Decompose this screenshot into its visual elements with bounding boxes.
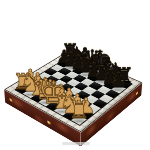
chess-box (4, 51, 142, 133)
brass-clasp-left (9, 98, 12, 102)
brass-clasp-center (47, 120, 50, 124)
watermark (62, 142, 90, 145)
brass-hinge-right (136, 91, 138, 95)
scene (0, 0, 150, 150)
board (4, 51, 142, 133)
product-photo-stage: ♜♞♟♝♟♛♟♚♟♝♟♞♟♜♟♟♟♟♜♟♞♟♝♟♛♟♚♟♝♟♞♜ (0, 0, 150, 150)
